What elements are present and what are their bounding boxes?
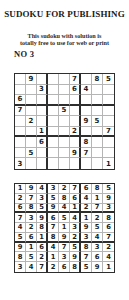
solution-cell-r1c7: 6 xyxy=(81,184,92,194)
puzzle-cell-r7c6 xyxy=(70,137,81,148)
puzzle-cell-r8c1 xyxy=(15,148,26,159)
puzzle-cell-r5c5 xyxy=(59,116,70,127)
solution-cell-r7c6: 5 xyxy=(70,243,81,253)
puzzle-cell-r5c2: 2 xyxy=(26,116,37,127)
solution-cell-r2c5: 8 xyxy=(59,194,70,204)
puzzle-cell-r7c3: 6 xyxy=(37,137,48,148)
solution-cell-r8c1: 8 xyxy=(15,252,26,262)
solution-cell-r7c2: 1 xyxy=(26,243,37,253)
solution-cell-r7c8: 3 xyxy=(92,243,103,253)
puzzle-cell-r6c9: 7 xyxy=(103,127,114,138)
solution-cell-r5c1: 4 xyxy=(15,223,26,233)
solution-cell-r1c2: 9 xyxy=(26,184,37,194)
solution-cell-r8c7: 7 xyxy=(81,252,92,262)
subtitle: This sudoku with solution is totally fre… xyxy=(0,32,129,46)
puzzle-cell-r1c4 xyxy=(48,74,59,85)
puzzle-cell-r9c2 xyxy=(26,158,37,169)
puzzle-cell-r6c6: 2 xyxy=(70,127,81,138)
puzzle-cell-r4c3 xyxy=(37,106,48,117)
puzzle-cell-r2c5 xyxy=(59,85,70,96)
puzzle-cell-r9c6 xyxy=(70,158,81,169)
solution-cell-r7c4: 4 xyxy=(48,243,59,253)
solution-cell-r8c4: 1 xyxy=(48,252,59,262)
puzzle-cell-r8c2: 5 xyxy=(26,148,37,159)
puzzle-cell-r7c4 xyxy=(48,137,59,148)
puzzle-cell-r6c1 xyxy=(15,127,26,138)
puzzle-cell-r2c7: 4 xyxy=(81,85,92,96)
solution-cell-r4c8: 2 xyxy=(92,213,103,223)
puzzle-cell-r1c2: 9 xyxy=(26,74,37,85)
puzzle-cell-r2c9 xyxy=(103,85,114,96)
solution-cell-r4c5: 5 xyxy=(59,213,70,223)
solution-cell-r5c9: 6 xyxy=(103,223,114,233)
puzzle-cell-r4c4 xyxy=(48,106,59,117)
solution-cell-r3c4: 9 xyxy=(48,204,59,214)
puzzle-cell-r3c4 xyxy=(48,95,59,106)
solution-cell-r6c5: 9 xyxy=(59,233,70,243)
puzzle-cell-r5c4 xyxy=(48,116,59,127)
puzzle-cell-r1c8: 8 xyxy=(92,74,103,85)
puzzle-cell-r9c9: 1 xyxy=(103,158,114,169)
puzzle-cell-r6c7 xyxy=(81,127,92,138)
puzzle-cell-r8c6: 9 xyxy=(70,148,81,159)
puzzle-number-label: NO 3 xyxy=(14,49,34,59)
puzzle-cell-r3c2 xyxy=(26,95,37,106)
puzzle-cell-r7c2 xyxy=(26,137,37,148)
puzzle-cell-r1c9: 5 xyxy=(103,74,114,85)
solution-cell-r7c5: 7 xyxy=(59,243,70,253)
puzzle-cell-r7c1 xyxy=(15,137,26,148)
solution-cell-r6c3: 1 xyxy=(37,233,48,243)
solution-cell-r8c5: 3 xyxy=(59,252,70,262)
puzzle-cell-r3c3 xyxy=(37,95,48,106)
solution-cell-r8c8: 6 xyxy=(92,252,103,262)
subtitle-line-1: This sudoku with solution is xyxy=(0,32,129,39)
solution-cell-r6c9: 7 xyxy=(103,233,114,243)
solution-cell-r4c2: 3 xyxy=(26,213,37,223)
solution-cell-r4c6: 4 xyxy=(70,213,81,223)
solution-cell-r2c1: 2 xyxy=(15,194,26,204)
solution-cell-r9c7: 5 xyxy=(81,262,92,272)
puzzle-cell-r4c9 xyxy=(103,106,114,117)
solution-cell-r3c8: 7 xyxy=(92,204,103,214)
solution-cell-r3c2: 8 xyxy=(26,204,37,214)
solution-cell-r9c2: 4 xyxy=(26,262,37,272)
puzzle-cell-r3c9 xyxy=(103,95,114,106)
puzzle-cell-r9c1: 3 xyxy=(15,158,26,169)
solution-cell-r4c1: 7 xyxy=(15,213,26,223)
puzzle-cell-r6c5 xyxy=(59,127,70,138)
puzzle-cell-r2c3: 3 xyxy=(37,85,48,96)
solution-cell-r3c7: 2 xyxy=(81,204,92,214)
puzzle-cell-r4c1: 7 xyxy=(15,106,26,117)
solution-cell-r7c3: 6 xyxy=(37,243,48,253)
solution-cell-r8c6: 9 xyxy=(70,252,81,262)
puzzle-cell-r1c1 xyxy=(15,74,26,85)
puzzle-cell-r8c4 xyxy=(48,148,59,159)
puzzle-cell-r8c7: 7 xyxy=(81,148,92,159)
puzzle-cell-r7c8 xyxy=(92,137,103,148)
puzzle-cell-r5c9 xyxy=(103,116,114,127)
solution-cell-r5c6: 3 xyxy=(70,223,81,233)
solution-cell-r1c5: 2 xyxy=(59,184,70,194)
solution-cell-r6c2: 6 xyxy=(26,233,37,243)
solution-cell-r2c3: 3 xyxy=(37,194,48,204)
solution-cell-r4c9: 8 xyxy=(103,213,114,223)
solution-cell-r9c3: 7 xyxy=(37,262,48,272)
solution-cell-r9c8: 9 xyxy=(92,262,103,272)
puzzle-cell-r6c4 xyxy=(48,127,59,138)
puzzle-cell-r5c8: 5 xyxy=(92,116,103,127)
solution-cell-r3c9: 3 xyxy=(103,204,114,214)
puzzle-cell-r9c4 xyxy=(48,158,59,169)
puzzle-cell-r9c8 xyxy=(92,158,103,169)
solution-cell-r4c7: 1 xyxy=(81,213,92,223)
solution-cell-r2c7: 4 xyxy=(81,194,92,204)
puzzle-cell-r4c6 xyxy=(70,106,81,117)
puzzle-cell-r5c7: 9 xyxy=(81,116,92,127)
solution-cell-r5c8: 5 xyxy=(92,223,103,233)
solution-cell-r8c3: 2 xyxy=(37,252,48,262)
solution-cell-r7c1: 9 xyxy=(15,243,26,253)
puzzle-cell-r8c5 xyxy=(59,148,70,159)
puzzle-cell-r7c5 xyxy=(59,137,70,148)
solution-cell-r5c7: 9 xyxy=(81,223,92,233)
puzzle-cell-r6c2 xyxy=(26,127,37,138)
puzzle-cell-r8c8 xyxy=(92,148,103,159)
solution-cell-r9c4: 2 xyxy=(48,262,59,272)
puzzle-cell-r9c7 xyxy=(81,158,92,169)
puzzle-cell-r1c5 xyxy=(59,74,70,85)
puzzle-cell-r2c8 xyxy=(92,85,103,96)
puzzle-cell-r4c7 xyxy=(81,106,92,117)
puzzle-cell-r4c5: 5 xyxy=(59,106,70,117)
puzzle-cell-r6c3: 1 xyxy=(37,127,48,138)
solution-cell-r9c6: 8 xyxy=(70,262,81,272)
solution-cell-r5c5: 1 xyxy=(59,223,70,233)
puzzle-cell-r9c5 xyxy=(59,158,70,169)
solution-cell-r4c3: 9 xyxy=(37,213,48,223)
solution-cell-r6c8: 4 xyxy=(92,233,103,243)
subtitle-line-2: totally free to use for web or print xyxy=(0,39,129,46)
solution-cell-r3c5: 4 xyxy=(59,204,70,214)
solution-cell-r6c7: 3 xyxy=(81,233,92,243)
puzzle-cell-r7c7: 8 xyxy=(81,137,92,148)
solution-cell-r5c3: 8 xyxy=(37,223,48,233)
puzzle-cell-r8c3 xyxy=(37,148,48,159)
solution-cell-r7c7: 8 xyxy=(81,243,92,253)
puzzle-cell-r3c1: 6 xyxy=(15,95,26,106)
solution-cell-r1c6: 7 xyxy=(70,184,81,194)
puzzle-cell-r7c9 xyxy=(103,137,114,148)
solution-cell-r2c9: 9 xyxy=(103,194,114,204)
puzzle-cell-r2c2 xyxy=(26,85,37,96)
puzzle-cell-r1c6: 7 xyxy=(70,74,81,85)
solution-cell-r9c9: 1 xyxy=(103,262,114,272)
solution-cell-r3c3: 5 xyxy=(37,204,48,214)
puzzle-cell-r1c3 xyxy=(37,74,48,85)
solution-cell-r2c4: 5 xyxy=(48,194,59,204)
puzzle-cell-r3c5 xyxy=(59,95,70,106)
puzzle-cell-r2c1 xyxy=(15,85,26,96)
sudoku-puzzle-grid: 97853646752951276859731 xyxy=(14,73,115,170)
puzzle-cell-r2c6: 6 xyxy=(70,85,81,96)
solution-cell-r5c4: 7 xyxy=(48,223,59,233)
solution-cell-r5c2: 2 xyxy=(26,223,37,233)
puzzle-cell-r4c8 xyxy=(92,106,103,117)
solution-cell-r2c2: 7 xyxy=(26,194,37,204)
solution-cell-r6c4: 8 xyxy=(48,233,59,243)
puzzle-cell-r6c8 xyxy=(92,127,103,138)
solution-cell-r4c4: 6 xyxy=(48,213,59,223)
page-title: SUDOKU FOR PUBLISHING xyxy=(0,9,129,19)
solution-cell-r2c6: 6 xyxy=(70,194,81,204)
solution-cell-r1c4: 3 xyxy=(48,184,59,194)
solution-cell-r9c5: 6 xyxy=(59,262,70,272)
solution-cell-r8c9: 4 xyxy=(103,252,114,262)
solution-cell-r1c8: 8 xyxy=(92,184,103,194)
solution-cell-r3c1: 6 xyxy=(15,204,26,214)
puzzle-cell-r4c2 xyxy=(26,106,37,117)
solution-cell-r6c1: 5 xyxy=(15,233,26,243)
puzzle-cell-r5c3 xyxy=(37,116,48,127)
solution-cell-r2c8: 1 xyxy=(92,194,103,204)
puzzle-cell-r8c9 xyxy=(103,148,114,159)
puzzle-cell-r3c7 xyxy=(81,95,92,106)
puzzle-cell-r5c1 xyxy=(15,116,26,127)
puzzle-cell-r9c3 xyxy=(37,158,48,169)
solution-cell-r9c1: 3 xyxy=(15,262,26,272)
solution-cell-r7c9: 2 xyxy=(103,243,114,253)
solution-cell-r8c2: 5 xyxy=(26,252,37,262)
solution-cell-r1c1: 1 xyxy=(15,184,26,194)
puzzle-cell-r5c6 xyxy=(70,116,81,127)
solution-cell-r1c9: 5 xyxy=(103,184,114,194)
puzzle-cell-r1c7 xyxy=(81,74,92,85)
solution-cell-r1c3: 4 xyxy=(37,184,48,194)
sudoku-solution-grid: 1943276852735864196859412737396541284287… xyxy=(14,183,115,273)
solution-cell-r3c6: 1 xyxy=(70,204,81,214)
puzzle-cell-r3c8 xyxy=(92,95,103,106)
puzzle-cell-r3c6 xyxy=(70,95,81,106)
puzzle-cell-r2c4 xyxy=(48,85,59,96)
solution-cell-r6c6: 2 xyxy=(70,233,81,243)
